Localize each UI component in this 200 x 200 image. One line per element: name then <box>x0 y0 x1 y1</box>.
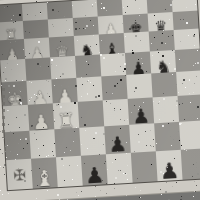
chess-board: ♜♟♚♛♟♟♛♞♝♟♞♚♟♟♟♜♟♟✠♝♟♟ <box>0 0 200 191</box>
square-c1[interactable] <box>56 156 83 187</box>
corner-emblem: ✠ <box>13 168 26 184</box>
square-c8[interactable] <box>47 1 73 19</box>
square-d4[interactable] <box>76 76 102 101</box>
square-g6[interactable] <box>149 30 175 51</box>
square-f6[interactable] <box>124 32 150 53</box>
square-h5[interactable] <box>175 49 200 72</box>
square-a4[interactable]: ♚ <box>1 81 27 106</box>
square-e8[interactable] <box>97 0 123 17</box>
square-d2[interactable] <box>79 126 106 155</box>
piece-white-bishop: ♝ <box>34 168 55 190</box>
square-c6[interactable]: ♛ <box>49 36 75 57</box>
square-d8[interactable] <box>72 0 98 18</box>
square-e4[interactable] <box>101 75 127 100</box>
square-f2[interactable] <box>129 123 156 152</box>
square-e7[interactable]: ♟ <box>98 15 124 34</box>
border-stamp-marks <box>2 88 5 138</box>
square-c3[interactable]: ♜ <box>53 102 79 129</box>
square-a3[interactable] <box>3 105 29 132</box>
square-g2[interactable] <box>154 122 181 151</box>
square-f7[interactable]: ♚ <box>123 14 149 33</box>
square-f3[interactable]: ♟ <box>128 97 154 124</box>
square-g4[interactable] <box>151 72 177 97</box>
square-f4[interactable] <box>126 73 152 98</box>
square-h2[interactable] <box>179 120 200 149</box>
square-d7[interactable] <box>73 17 99 36</box>
square-e1[interactable] <box>106 153 133 184</box>
square-d1[interactable]: ♟ <box>81 154 108 185</box>
square-b3[interactable]: ♟ <box>28 103 54 130</box>
square-a5[interactable] <box>0 59 26 82</box>
square-h1[interactable] <box>181 148 200 179</box>
square-a8[interactable] <box>0 4 23 22</box>
square-c5[interactable] <box>50 56 76 79</box>
square-e3[interactable] <box>103 99 129 126</box>
square-b2[interactable] <box>29 129 56 158</box>
square-e5[interactable] <box>100 53 126 76</box>
board-border: ♜♟♚♛♟♟♛♞♝♟♞♚♟♟♟♜♟♟✠♝♟♟ <box>0 0 200 200</box>
square-f1[interactable] <box>131 151 158 182</box>
piece-black-pawn: ♟ <box>84 166 105 188</box>
square-a7[interactable]: ♜ <box>0 21 24 40</box>
square-a2[interactable] <box>4 131 31 160</box>
square-h3[interactable] <box>178 94 200 121</box>
square-d3[interactable] <box>78 100 104 127</box>
square-b1[interactable]: ♝ <box>31 157 58 188</box>
piece-black-pawn: ♟ <box>159 161 180 183</box>
square-b4[interactable]: ♟ <box>26 79 52 104</box>
square-c4[interactable]: ♟ <box>51 78 77 103</box>
square-e2[interactable]: ♟ <box>104 125 131 154</box>
square-e6[interactable]: ♝ <box>99 33 125 54</box>
square-g3[interactable] <box>153 96 179 123</box>
photo-stage: ♜♟♚♛♟♟♛♞♝♟♞♚♟♟♟♜♟♟✠♝♟♟ <box>0 0 200 200</box>
square-a6[interactable]: ♟ <box>0 39 25 60</box>
square-c2[interactable] <box>54 128 81 157</box>
square-f5[interactable]: ♟ <box>125 51 151 74</box>
square-b6[interactable]: ♟ <box>24 37 50 58</box>
square-b5[interactable] <box>25 57 51 80</box>
square-c7[interactable] <box>48 18 74 37</box>
square-h4[interactable] <box>176 70 200 95</box>
square-h6[interactable] <box>174 29 200 50</box>
square-g5[interactable]: ♞ <box>150 50 176 73</box>
square-b7[interactable] <box>23 19 49 38</box>
square-d5[interactable] <box>75 54 101 77</box>
square-d6[interactable]: ♞ <box>74 34 100 55</box>
square-b8[interactable] <box>22 2 48 20</box>
square-a1[interactable]: ✠ <box>6 159 33 190</box>
square-g7[interactable]: ♛ <box>148 12 174 31</box>
square-h7[interactable] <box>173 11 199 30</box>
chessboard-photo: ♜♟♚♛♟♟♛♞♝♟♞♚♟♟♟♜♟♟✠♝♟♟ <box>0 0 200 200</box>
square-g1[interactable]: ♟ <box>156 150 183 181</box>
